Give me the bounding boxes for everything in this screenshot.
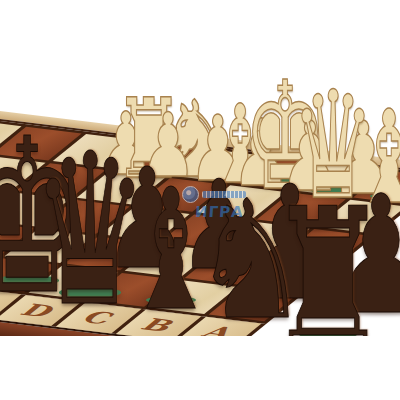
watermark-text: ИГРА [194, 203, 246, 221]
watermark: ИГРА [182, 186, 246, 221]
watermark-logo-icon [182, 186, 199, 203]
product-photo: HGFEDCBA ♟♜♟♞♟♝♟♚♟♛♟♝♚♛♟♝♟♞♟♜♟ ИГРА [0, 0, 400, 336]
black-rook-piece: ♜ [266, 183, 390, 336]
watermark-header [182, 186, 246, 203]
watermark-banner [202, 191, 246, 198]
pieces-layer: ♟♜♟♞♟♝♟♚♟♛♟♝♚♛♟♝♟♞♟♜♟ [0, 0, 400, 336]
